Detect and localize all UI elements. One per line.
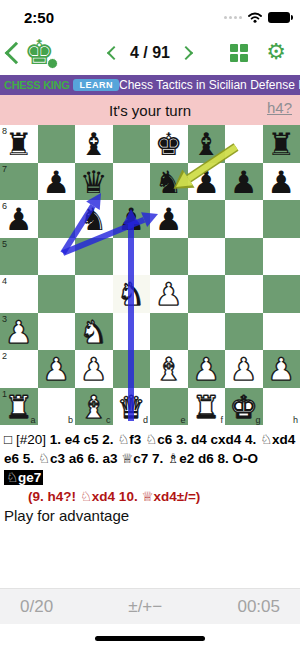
- piece-white-pawn: ♟: [75, 350, 113, 388]
- square-b3[interactable]: [38, 313, 76, 351]
- square-e2[interactable]: ♝: [150, 350, 188, 388]
- square-a7[interactable]: 7: [0, 163, 38, 201]
- square-b8[interactable]: [38, 125, 76, 163]
- square-d2[interactable]: [113, 350, 151, 388]
- piece-black-knight: ♞: [150, 163, 188, 201]
- variation-line: (9. h4?! ♘xd4 10. ♕xd4±/=): [28, 487, 296, 506]
- course-title: Chess Tactics in Sicilian Defense II: [119, 78, 300, 92]
- square-f1[interactable]: f♜: [188, 388, 226, 426]
- square-e7[interactable]: ♞: [150, 163, 188, 201]
- turn-banner: It's your turn h4?: [0, 95, 300, 125]
- file-label: a: [30, 415, 35, 425]
- elapsed-timer: 00:05: [237, 597, 280, 617]
- square-c6[interactable]: ♞: [75, 200, 113, 238]
- square-g5[interactable]: [225, 238, 263, 276]
- current-move: ♘ge7: [4, 470, 43, 485]
- board-area: 8♜♝♚♝♜7♟♛♞♟♟♟6♟♞♟♟54♞♟3♟♞2♟♟♝♟♟♟1a♜bc♝d♛…: [0, 125, 300, 425]
- square-h2[interactable]: ♟: [263, 350, 301, 388]
- square-d1[interactable]: d♛: [113, 388, 151, 426]
- square-e3[interactable]: [150, 313, 188, 351]
- file-label: d: [143, 415, 148, 425]
- puzzle-pager: 4 / 91: [109, 30, 191, 75]
- chess-board: 8♜♝♚♝♜7♟♛♞♟♟♟6♟♞♟♟54♞♟3♟♞2♟♟♝♟♟♟1a♜bc♝d♛…: [0, 125, 300, 425]
- piece-black-bishop: ♝: [188, 125, 226, 163]
- file-label: b: [68, 415, 73, 425]
- piece-black-king: ♚: [150, 125, 188, 163]
- piece-black-pawn: ♟: [225, 163, 263, 201]
- piece-white-knight: ♞: [75, 313, 113, 351]
- piece-black-pawn: ♟: [150, 200, 188, 238]
- file-label: f: [220, 415, 223, 425]
- footer: [0, 624, 300, 650]
- square-f7[interactable]: ♟: [188, 163, 226, 201]
- square-a5[interactable]: 5: [0, 238, 38, 276]
- brand-bar: CHESS KING LEARN Chess Tactics in Sicili…: [0, 75, 300, 95]
- square-b2[interactable]: ♟: [38, 350, 76, 388]
- rank-label: 8: [2, 126, 7, 136]
- next-puzzle-button[interactable]: [179, 45, 193, 59]
- square-g3[interactable]: [225, 313, 263, 351]
- square-b7[interactable]: ♟: [38, 163, 76, 201]
- rank-label: 4: [2, 276, 7, 286]
- puzzle-counter: 4 / 91: [130, 44, 170, 62]
- turn-text: It's your turn: [109, 102, 191, 119]
- main-line: □ [#20] 1. e4 c5 2. ♘f3 ♘c6 3. d4 cxd4 4…: [4, 430, 296, 487]
- piece-black-pawn: ♟: [188, 163, 226, 201]
- logo-badge: [47, 58, 58, 69]
- clock: 2:50: [24, 9, 54, 26]
- square-c5[interactable]: [75, 238, 113, 276]
- square-c1[interactable]: c♝: [75, 388, 113, 426]
- square-f6[interactable]: [188, 200, 226, 238]
- square-b4[interactable]: [38, 275, 76, 313]
- bottom-bar: 0/20 ±/+− 00:05: [0, 588, 300, 624]
- puzzle-grid-button[interactable]: [230, 44, 248, 62]
- square-g2[interactable]: ♟: [225, 350, 263, 388]
- home-indicator[interactable]: [95, 636, 205, 641]
- square-b6[interactable]: [38, 200, 76, 238]
- status-bar: 2:50: [0, 0, 300, 30]
- settings-gear-icon[interactable]: ⚙: [266, 38, 286, 66]
- square-a3[interactable]: 3♟: [0, 313, 38, 351]
- square-b1[interactable]: b: [38, 388, 76, 426]
- piece-black-queen: ♛: [75, 163, 113, 201]
- file-label: g: [255, 415, 260, 425]
- square-g8[interactable]: [225, 125, 263, 163]
- piece-white-pawn: ♟: [263, 350, 301, 388]
- move-hint-link[interactable]: h4?: [267, 99, 292, 116]
- piece-black-pawn: ♟: [113, 200, 151, 238]
- piece-black-bishop: ♝: [75, 125, 113, 163]
- move-segment: □ [#20]: [4, 432, 50, 447]
- square-f8[interactable]: ♝: [188, 125, 226, 163]
- square-d6[interactable]: ♟: [113, 200, 151, 238]
- battery-icon: [268, 12, 290, 23]
- rank-label: 2: [2, 351, 7, 361]
- rank-label: 1: [2, 389, 7, 399]
- square-g4[interactable]: [225, 275, 263, 313]
- square-h1[interactable]: h: [263, 388, 301, 426]
- chess-king-logo-icon[interactable]: ♚: [24, 30, 54, 74]
- square-c2[interactable]: ♟: [75, 350, 113, 388]
- evaluation-button[interactable]: ±/+−: [128, 597, 162, 617]
- learn-badge: LEARN: [73, 79, 119, 91]
- brand-name: CHESS KING: [4, 79, 69, 91]
- piece-white-knight: ♞: [113, 275, 151, 313]
- piece-white-pawn: ♟: [188, 350, 226, 388]
- square-c8[interactable]: ♝: [75, 125, 113, 163]
- comment-text: Play for advantage: [4, 507, 296, 524]
- square-h6[interactable]: [263, 200, 301, 238]
- app-window: 2:50 ♚ 4 / 91 ⚙ CHESS KING LEARN Chess T…: [0, 0, 300, 650]
- square-d8[interactable]: [113, 125, 151, 163]
- cellular-signal-icon: [224, 16, 242, 19]
- piece-white-pawn: ♟: [150, 275, 188, 313]
- square-f3[interactable]: [188, 313, 226, 351]
- square-h3[interactable]: [263, 313, 301, 351]
- square-h5[interactable]: [263, 238, 301, 276]
- move-list[interactable]: □ [#20] 1. e4 c5 2. ♘f3 ♘c6 3. d4 cxd4 4…: [0, 425, 300, 588]
- rank-label: 5: [2, 239, 7, 249]
- piece-white-pawn: ♟: [38, 350, 76, 388]
- square-h4[interactable]: [263, 275, 301, 313]
- square-a6[interactable]: 6♟: [0, 200, 38, 238]
- previous-puzzle-button[interactable]: [107, 45, 121, 59]
- piece-white-bishop: ♝: [150, 350, 188, 388]
- square-g1[interactable]: g♚: [225, 388, 263, 426]
- square-c7[interactable]: ♛: [75, 163, 113, 201]
- square-e6[interactable]: ♟: [150, 200, 188, 238]
- square-b5[interactable]: [38, 238, 76, 276]
- square-d7[interactable]: [113, 163, 151, 201]
- piece-white-pawn: ♟: [225, 350, 263, 388]
- square-e8[interactable]: ♚: [150, 125, 188, 163]
- square-d3[interactable]: [113, 313, 151, 351]
- wifi-icon: [247, 11, 263, 23]
- score-counter: 0/20: [20, 597, 53, 617]
- square-e5[interactable]: [150, 238, 188, 276]
- square-a1[interactable]: 1a♜: [0, 388, 38, 426]
- piece-black-knight: ♞: [75, 200, 113, 238]
- square-h8[interactable]: ♜: [263, 125, 301, 163]
- square-d4[interactable]: ♞: [113, 275, 151, 313]
- square-a4[interactable]: 4: [0, 275, 38, 313]
- square-c4[interactable]: [75, 275, 113, 313]
- piece-white-rook: ♜: [188, 388, 226, 426]
- nav-bar: ♚ 4 / 91 ⚙: [0, 30, 300, 75]
- square-g6[interactable]: [225, 200, 263, 238]
- square-a2[interactable]: 2: [0, 350, 38, 388]
- rank-label: 6: [2, 201, 7, 211]
- square-h7[interactable]: ♟: [263, 163, 301, 201]
- status-icons: [224, 11, 290, 23]
- square-f5[interactable]: [188, 238, 226, 276]
- piece-black-pawn: ♟: [38, 163, 76, 201]
- piece-black-rook: ♜: [263, 125, 301, 163]
- square-g7[interactable]: ♟: [225, 163, 263, 201]
- file-label: h: [293, 415, 298, 425]
- square-c3[interactable]: ♞: [75, 313, 113, 351]
- square-e4[interactable]: ♟: [150, 275, 188, 313]
- square-e1[interactable]: e: [150, 388, 188, 426]
- file-label: c: [106, 415, 111, 425]
- rank-label: 3: [2, 314, 7, 324]
- rank-label: 7: [2, 164, 7, 174]
- piece-black-pawn: ♟: [263, 163, 301, 201]
- square-a8[interactable]: 8♜: [0, 125, 38, 163]
- square-f4[interactable]: [188, 275, 226, 313]
- square-f2[interactable]: ♟: [188, 350, 226, 388]
- file-label: e: [180, 415, 185, 425]
- square-d5[interactable]: [113, 238, 151, 276]
